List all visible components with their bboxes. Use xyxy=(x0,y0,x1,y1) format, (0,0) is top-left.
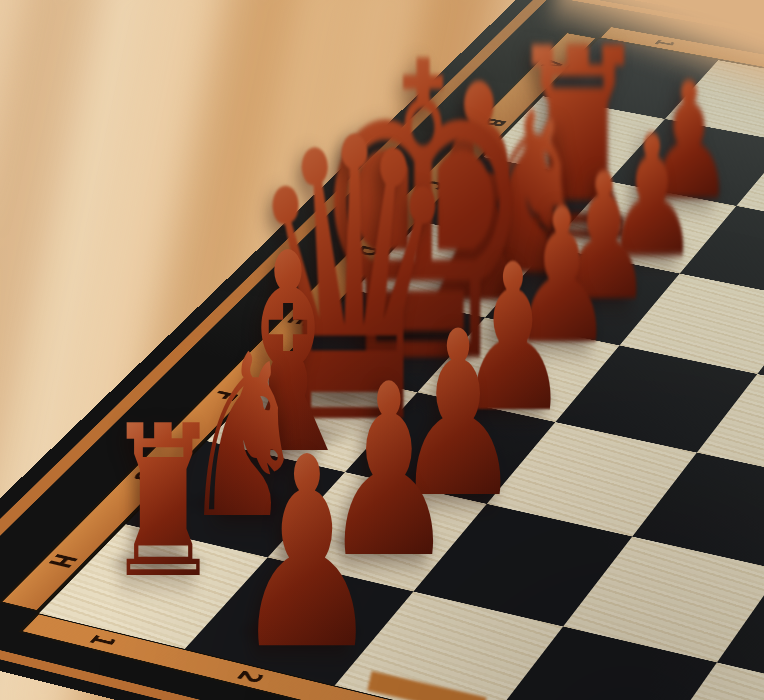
piece-h2-pawn: ♟ xyxy=(234,423,380,686)
piece-h1-rook: ♜ xyxy=(105,398,221,607)
pieces-layer: ♜♟♞♟♝♟♚♟♛♟♝♟♞♟♜♟ xyxy=(0,0,764,700)
chess-photo-scene: 12345678 ABCDEFGH ABCDEFGH 12345678 ♜♟♞♟… xyxy=(0,0,764,700)
